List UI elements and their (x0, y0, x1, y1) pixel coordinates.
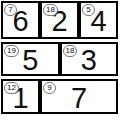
clue-badge: 9 (43, 82, 56, 94)
region-cell[interactable]: 9 7 (40, 79, 118, 114)
region-cell[interactable]: 7 6 (1, 1, 40, 39)
cell-value: 5 (22, 43, 38, 75)
clue-badge: 5 (82, 4, 95, 16)
region-cell[interactable]: 5 4 (79, 1, 118, 39)
clue-badge: 19 (4, 45, 19, 57)
region-cell[interactable]: 12 1 (1, 79, 40, 114)
region-cell[interactable]: 18 2 (40, 1, 79, 39)
clue-badge: 18 (43, 4, 58, 16)
puzzle-board: 7 6 18 2 5 4 19 5 18 3 12 1 9 7 (1, 1, 118, 114)
region-cell[interactable]: 18 3 (60, 42, 119, 76)
clue-badge: 12 (4, 82, 19, 94)
cell-value: 7 (71, 81, 87, 113)
puzzle-canvas: 7 6 18 2 5 4 19 5 18 3 12 1 9 7 (0, 0, 120, 120)
clue-badge: 18 (63, 45, 78, 57)
cell-value: 3 (81, 43, 97, 75)
clue-badge: 7 (4, 4, 17, 16)
region-cell[interactable]: 19 5 (1, 42, 60, 76)
